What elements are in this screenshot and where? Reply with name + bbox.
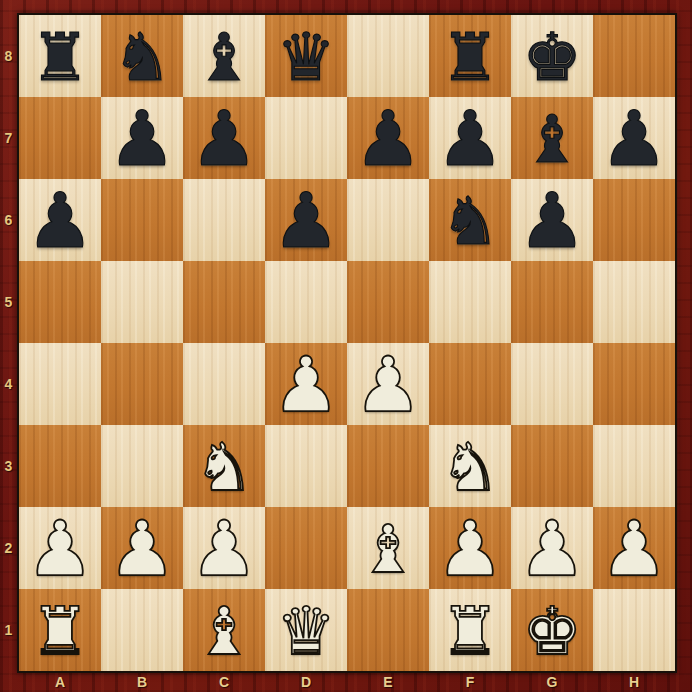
square-a7[interactable] <box>19 97 101 179</box>
square-f7[interactable]: ♟ <box>429 97 511 179</box>
square-h1[interactable] <box>593 589 675 671</box>
square-c6[interactable] <box>183 179 265 261</box>
square-g1[interactable]: ♚ <box>511 589 593 671</box>
square-d8[interactable]: ♛ <box>265 15 347 97</box>
piece-white-rook[interactable]: ♜ <box>30 599 89 665</box>
square-b7[interactable]: ♟ <box>101 97 183 179</box>
piece-white-pawn[interactable]: ♟ <box>272 347 340 423</box>
piece-black-bishop[interactable]: ♝ <box>194 25 253 91</box>
piece-black-pawn[interactable]: ♟ <box>190 101 258 177</box>
square-b1[interactable] <box>101 589 183 671</box>
square-d6[interactable]: ♟ <box>265 179 347 261</box>
square-e1[interactable] <box>347 589 429 671</box>
square-g3[interactable] <box>511 425 593 507</box>
square-a3[interactable] <box>19 425 101 507</box>
square-a8[interactable]: ♜ <box>19 15 101 97</box>
rank-label-4: 4 <box>0 343 17 425</box>
piece-black-rook[interactable]: ♜ <box>440 25 499 91</box>
square-c4[interactable] <box>183 343 265 425</box>
piece-black-bishop[interactable]: ♝ <box>522 107 581 173</box>
piece-white-knight[interactable]: ♞ <box>194 435 253 501</box>
file-label-a: A <box>19 671 101 692</box>
square-e3[interactable] <box>347 425 429 507</box>
file-label-h: H <box>593 671 675 692</box>
square-h5[interactable] <box>593 261 675 343</box>
square-d3[interactable] <box>265 425 347 507</box>
square-f4[interactable] <box>429 343 511 425</box>
square-e6[interactable] <box>347 179 429 261</box>
square-a5[interactable] <box>19 261 101 343</box>
piece-white-pawn[interactable]: ♟ <box>354 347 422 423</box>
rank-label-6: 6 <box>0 179 17 261</box>
square-h6[interactable] <box>593 179 675 261</box>
piece-white-pawn[interactable]: ♟ <box>518 511 586 587</box>
square-b4[interactable] <box>101 343 183 425</box>
file-label-b: B <box>101 671 183 692</box>
square-a2[interactable]: ♟ <box>19 507 101 589</box>
piece-black-king[interactable]: ♚ <box>522 25 581 91</box>
square-h3[interactable] <box>593 425 675 507</box>
piece-white-pawn[interactable]: ♟ <box>436 511 504 587</box>
square-b3[interactable] <box>101 425 183 507</box>
square-c1[interactable]: ♝ <box>183 589 265 671</box>
file-label-c: C <box>183 671 265 692</box>
square-f6[interactable]: ♞ <box>429 179 511 261</box>
piece-black-pawn[interactable]: ♟ <box>108 101 176 177</box>
square-f5[interactable] <box>429 261 511 343</box>
square-h2[interactable]: ♟ <box>593 507 675 589</box>
piece-white-bishop[interactable]: ♝ <box>358 517 417 583</box>
square-c5[interactable] <box>183 261 265 343</box>
square-g4[interactable] <box>511 343 593 425</box>
square-d7[interactable] <box>265 97 347 179</box>
square-h8[interactable] <box>593 15 675 97</box>
piece-black-pawn[interactable]: ♟ <box>272 183 340 259</box>
square-g7[interactable]: ♝ <box>511 97 593 179</box>
rank-label-3: 3 <box>0 425 17 507</box>
piece-black-pawn[interactable]: ♟ <box>436 101 504 177</box>
piece-white-pawn[interactable]: ♟ <box>108 511 176 587</box>
piece-black-rook[interactable]: ♜ <box>30 25 89 91</box>
rank-label-1: 1 <box>0 589 17 671</box>
square-b2[interactable]: ♟ <box>101 507 183 589</box>
board-frame: ♜♞♝♛♜♚♟♟♟♟♝♟♟♟♞♟♟♟♞♞♟♟♟♝♟♟♟♜♝♛♜♚ 8765432… <box>0 0 692 692</box>
piece-black-pawn[interactable]: ♟ <box>600 101 668 177</box>
rank-label-2: 2 <box>0 507 17 589</box>
square-h4[interactable] <box>593 343 675 425</box>
square-d1[interactable]: ♛ <box>265 589 347 671</box>
file-label-e: E <box>347 671 429 692</box>
square-e2[interactable]: ♝ <box>347 507 429 589</box>
square-f3[interactable]: ♞ <box>429 425 511 507</box>
square-a1[interactable]: ♜ <box>19 589 101 671</box>
square-f2[interactable]: ♟ <box>429 507 511 589</box>
piece-black-pawn[interactable]: ♟ <box>518 183 586 259</box>
file-label-d: D <box>265 671 347 692</box>
square-c8[interactable]: ♝ <box>183 15 265 97</box>
square-b6[interactable] <box>101 179 183 261</box>
square-f1[interactable]: ♜ <box>429 589 511 671</box>
square-f8[interactable]: ♜ <box>429 15 511 97</box>
square-b5[interactable] <box>101 261 183 343</box>
file-label-f: F <box>429 671 511 692</box>
piece-white-rook[interactable]: ♜ <box>440 599 499 665</box>
square-d2[interactable] <box>265 507 347 589</box>
piece-black-knight[interactable]: ♞ <box>440 189 499 255</box>
square-c3[interactable]: ♞ <box>183 425 265 507</box>
rank-label-5: 5 <box>0 261 17 343</box>
piece-white-pawn[interactable]: ♟ <box>26 511 94 587</box>
square-a4[interactable] <box>19 343 101 425</box>
square-g6[interactable]: ♟ <box>511 179 593 261</box>
square-a6[interactable]: ♟ <box>19 179 101 261</box>
square-h7[interactable]: ♟ <box>593 97 675 179</box>
piece-white-bishop[interactable]: ♝ <box>194 599 253 665</box>
square-b8[interactable]: ♞ <box>101 15 183 97</box>
piece-white-knight[interactable]: ♞ <box>440 435 499 501</box>
piece-white-pawn[interactable]: ♟ <box>600 511 668 587</box>
square-c7[interactable]: ♟ <box>183 97 265 179</box>
square-g8[interactable]: ♚ <box>511 15 593 97</box>
piece-black-pawn[interactable]: ♟ <box>26 183 94 259</box>
chess-board: ♜♞♝♛♜♚♟♟♟♟♝♟♟♟♞♟♟♟♞♞♟♟♟♝♟♟♟♜♝♛♜♚ <box>17 13 677 673</box>
square-c2[interactable]: ♟ <box>183 507 265 589</box>
file-label-g: G <box>511 671 593 692</box>
square-e4[interactable]: ♟ <box>347 343 429 425</box>
rank-label-8: 8 <box>0 15 17 97</box>
square-g5[interactable] <box>511 261 593 343</box>
piece-black-knight[interactable]: ♞ <box>112 25 171 91</box>
square-e5[interactable] <box>347 261 429 343</box>
square-d5[interactable] <box>265 261 347 343</box>
rank-label-7: 7 <box>0 97 17 179</box>
piece-black-pawn[interactable]: ♟ <box>354 101 422 177</box>
square-e8[interactable] <box>347 15 429 97</box>
square-d4[interactable]: ♟ <box>265 343 347 425</box>
piece-white-pawn[interactable]: ♟ <box>190 511 258 587</box>
square-e7[interactable]: ♟ <box>347 97 429 179</box>
square-g2[interactable]: ♟ <box>511 507 593 589</box>
piece-black-queen[interactable]: ♛ <box>276 25 335 91</box>
piece-white-queen[interactable]: ♛ <box>276 599 335 665</box>
piece-white-king[interactable]: ♚ <box>522 599 581 665</box>
